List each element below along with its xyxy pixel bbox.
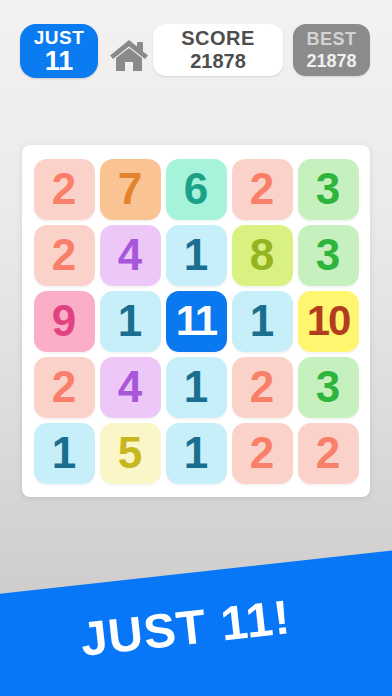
app-logo-line1: JUST: [20, 28, 98, 48]
home-button[interactable]: [109, 39, 149, 73]
home-icon: [109, 39, 149, 73]
title-banner: JUST 11!: [0, 544, 392, 696]
app-logo-badge: JUST 11: [20, 24, 98, 78]
tile-4[interactable]: 4: [100, 225, 161, 286]
tile-5[interactable]: 5: [100, 423, 161, 484]
tile-3[interactable]: 3: [298, 225, 359, 286]
tile-4[interactable]: 4: [100, 357, 161, 418]
best-value: 21878: [293, 50, 370, 72]
board-grid: 276232418391111102412315122: [22, 145, 370, 484]
tile-11[interactable]: 11: [166, 291, 227, 352]
tile-3[interactable]: 3: [298, 357, 359, 418]
tile-2[interactable]: 2: [34, 159, 95, 220]
tile-2[interactable]: 2: [34, 357, 95, 418]
tile-1[interactable]: 1: [166, 357, 227, 418]
app-screen: JUST 11 SCORE 21878 BEST 21878 276232418…: [0, 0, 392, 696]
best-card: BEST 21878: [293, 24, 370, 76]
tile-2[interactable]: 2: [232, 423, 293, 484]
tile-1[interactable]: 1: [232, 291, 293, 352]
tile-6[interactable]: 6: [166, 159, 227, 220]
tile-9[interactable]: 9: [34, 291, 95, 352]
tile-1[interactable]: 1: [166, 225, 227, 286]
tile-2[interactable]: 2: [232, 159, 293, 220]
app-logo-line2: 11: [20, 48, 98, 75]
tile-2[interactable]: 2: [34, 225, 95, 286]
tile-8[interactable]: 8: [232, 225, 293, 286]
tile-3[interactable]: 3: [298, 159, 359, 220]
tile-1[interactable]: 1: [100, 291, 161, 352]
score-card: SCORE 21878: [153, 24, 283, 76]
score-label: SCORE: [153, 27, 283, 50]
game-board: 276232418391111102412315122: [22, 145, 370, 497]
tile-2[interactable]: 2: [298, 423, 359, 484]
tile-1[interactable]: 1: [166, 423, 227, 484]
tile-7[interactable]: 7: [100, 159, 161, 220]
best-label: BEST: [293, 28, 370, 50]
tile-2[interactable]: 2: [232, 357, 293, 418]
tile-1[interactable]: 1: [34, 423, 95, 484]
score-value: 21878: [153, 50, 283, 73]
title-banner-text: JUST 11!: [0, 573, 392, 683]
tile-10[interactable]: 10: [298, 291, 359, 352]
